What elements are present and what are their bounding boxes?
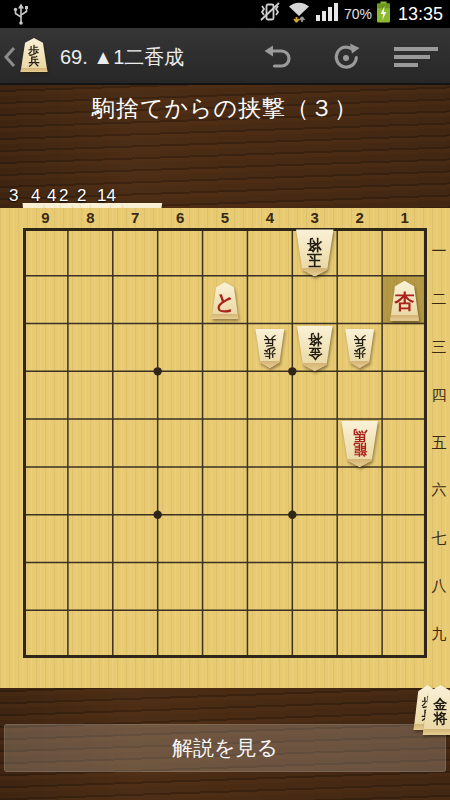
battery-charging-icon [376, 1, 391, 27]
hand-count-銀将: 4 [47, 186, 56, 206]
hand-count-飛車: 2 [77, 186, 86, 206]
hand-count-香車: 3 [9, 186, 18, 206]
board-piece-成香-1二[interactable]: 杏 [390, 281, 420, 321]
usb-icon [12, 3, 30, 29]
back-button[interactable] [2, 42, 18, 76]
toolbar: 歩兵 69. ▲1二香成 [0, 28, 450, 85]
file-label-2: 2 [337, 209, 382, 226]
explanation-button[interactable]: 解説を見る [4, 724, 446, 772]
explanation-button-label: 解説を見る [172, 734, 278, 762]
gote-hand-tray: 香車3桂馬4銀将4金将2角行飛車2歩兵14玉将 [22, 144, 122, 203]
hand-count-金将: 2 [59, 186, 68, 206]
undo-button[interactable] [262, 41, 294, 73]
wifi-activity-icon [286, 1, 312, 27]
board-piece-と金-5二[interactable]: と [211, 282, 239, 319]
rank-label-二: 二 [429, 276, 449, 324]
board-piece-金将-3三[interactable]: 金将 [296, 326, 333, 371]
puzzle-title: 駒捨てからの挟撃（３） [0, 93, 450, 124]
file-label-6: 6 [158, 209, 203, 226]
rank-label-一: 一 [429, 228, 449, 276]
board-piece-玉将-3一[interactable]: 玉将 [295, 229, 334, 276]
file-label-4: 4 [247, 209, 292, 226]
status-bar: 70% 13:35 [0, 0, 450, 28]
rank-label-四: 四 [429, 371, 449, 419]
rank-label-三: 三 [429, 324, 449, 372]
rank-label-八: 八 [429, 562, 449, 610]
hand-count-桂馬: 4 [31, 186, 40, 206]
board-piece-歩兵-4三[interactable]: 歩兵 [255, 329, 285, 368]
rank-label-五: 五 [429, 419, 449, 467]
rank-label-六: 六 [429, 467, 449, 515]
status-clock: 13:35 [398, 4, 443, 25]
menu-button[interactable] [394, 41, 426, 73]
board-piece-歩兵-2三[interactable]: 歩兵 [345, 329, 375, 368]
hand-count-歩兵: 14 [97, 186, 116, 206]
toolbar-pawn-icon[interactable]: 歩兵 [20, 38, 48, 72]
rank-labels: 一二三四五六七八九 [429, 228, 449, 658]
file-label-8: 8 [68, 209, 113, 226]
board-piece-龍馬-2五[interactable]: 龍馬 [341, 421, 379, 467]
board-area: 987654321 一二三四五六七八九 玉将と杏歩兵金将歩兵龍馬 [0, 208, 450, 688]
redo-button[interactable] [330, 41, 362, 73]
vibrate-mute-icon [258, 1, 282, 27]
rank-label-七: 七 [429, 515, 449, 563]
battery-percent: 70% [344, 6, 372, 22]
file-label-3: 3 [292, 209, 337, 226]
file-label-5: 5 [203, 209, 248, 226]
file-label-7: 7 [113, 209, 158, 226]
file-labels: 987654321 [23, 209, 427, 226]
file-label-1: 1 [382, 209, 427, 226]
board-grid[interactable]: 玉将と杏歩兵金将歩兵龍馬 [23, 228, 427, 658]
signal-bars-icon [316, 2, 340, 26]
rank-label-九: 九 [429, 610, 449, 658]
sente-hand-piece-金将[interactable]: 金将 [422, 685, 450, 735]
file-label-9: 9 [23, 209, 68, 226]
move-label: 69. ▲1二香成 [60, 44, 184, 71]
